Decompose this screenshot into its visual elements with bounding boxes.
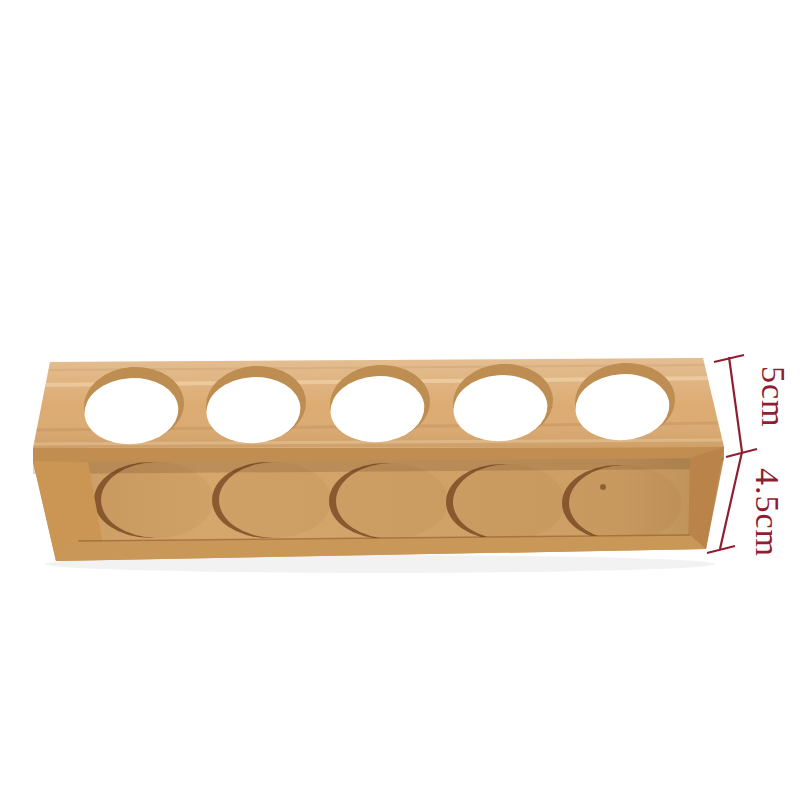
dimension-label-5cm: 5cm (755, 366, 792, 428)
rack-right-end-face (688, 447, 724, 549)
wooden-rack-illustration: 5cm 4.5cm (0, 0, 800, 800)
product-photo-canvas: 5cm 4.5cm (0, 0, 800, 800)
dimension-label-4-5cm: 4.5cm (749, 468, 786, 557)
